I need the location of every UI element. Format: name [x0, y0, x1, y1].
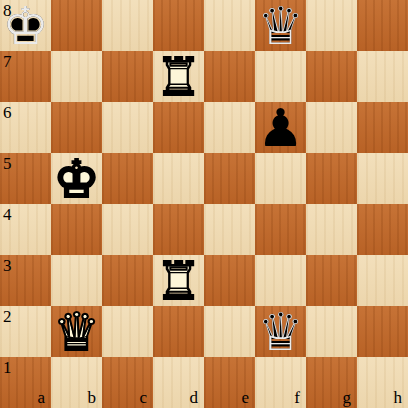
square-g3[interactable]	[306, 255, 357, 306]
black-queen[interactable]: ♛♕	[255, 306, 306, 357]
white-rook[interactable]: ♜♖	[153, 51, 204, 102]
square-h4[interactable]	[357, 204, 408, 255]
rank-label-5: 5	[3, 155, 12, 172]
rank-label-3: 3	[3, 257, 12, 274]
white-rook[interactable]: ♜♖	[153, 255, 204, 306]
square-c3[interactable]	[102, 255, 153, 306]
square-b6[interactable]	[51, 102, 102, 153]
square-g2[interactable]	[306, 306, 357, 357]
square-h8[interactable]	[357, 0, 408, 51]
square-h5[interactable]	[357, 153, 408, 204]
square-d5[interactable]	[153, 153, 204, 204]
file-label-f: f	[294, 389, 300, 406]
black-queen-outline: ♕	[255, 0, 306, 51]
square-a7[interactable]: 7	[0, 51, 51, 102]
square-e3[interactable]	[204, 255, 255, 306]
square-h6[interactable]	[357, 102, 408, 153]
square-h3[interactable]	[357, 255, 408, 306]
square-c5[interactable]	[102, 153, 153, 204]
square-e2[interactable]	[204, 306, 255, 357]
square-c6[interactable]	[102, 102, 153, 153]
square-a6[interactable]: 6	[0, 102, 51, 153]
white-king-outline: ♔	[51, 153, 102, 204]
square-d2[interactable]	[153, 306, 204, 357]
black-pawn-glyph: ♟	[255, 102, 306, 153]
file-label-a: a	[37, 389, 45, 406]
square-a4[interactable]: 4	[0, 204, 51, 255]
square-e4[interactable]	[204, 204, 255, 255]
file-label-d: d	[190, 389, 199, 406]
black-king-outline: ♔	[0, 0, 51, 51]
square-g6[interactable]	[306, 102, 357, 153]
square-h7[interactable]	[357, 51, 408, 102]
rank-label-4: 4	[3, 206, 12, 223]
square-e7[interactable]	[204, 51, 255, 102]
black-king[interactable]: ♚♔	[0, 0, 51, 51]
square-c1[interactable]: c	[102, 357, 153, 408]
square-d3[interactable]: ♜♖	[153, 255, 204, 306]
square-c8[interactable]	[102, 0, 153, 51]
white-queen[interactable]: ♛♕	[51, 306, 102, 357]
square-e6[interactable]	[204, 102, 255, 153]
square-e8[interactable]	[204, 0, 255, 51]
square-b3[interactable]	[51, 255, 102, 306]
file-label-h: h	[394, 389, 403, 406]
file-label-b: b	[88, 389, 97, 406]
file-label-e: e	[241, 389, 249, 406]
square-f2[interactable]: ♛♕	[255, 306, 306, 357]
square-f1[interactable]: f	[255, 357, 306, 408]
square-h1[interactable]: h	[357, 357, 408, 408]
square-f5[interactable]	[255, 153, 306, 204]
square-a8[interactable]: 8♚♔	[0, 0, 51, 51]
square-f7[interactable]	[255, 51, 306, 102]
square-f3[interactable]	[255, 255, 306, 306]
square-d6[interactable]	[153, 102, 204, 153]
rank-label-7: 7	[3, 53, 12, 70]
white-rook-outline: ♖	[153, 255, 204, 306]
white-queen-outline: ♕	[51, 306, 102, 357]
white-rook-outline: ♖	[153, 51, 204, 102]
square-d4[interactable]	[153, 204, 204, 255]
square-a1[interactable]: 1a	[0, 357, 51, 408]
square-b8[interactable]	[51, 0, 102, 51]
square-d8[interactable]	[153, 0, 204, 51]
square-f4[interactable]	[255, 204, 306, 255]
square-h2[interactable]	[357, 306, 408, 357]
white-king[interactable]: ♚♔	[51, 153, 102, 204]
square-g1[interactable]: g	[306, 357, 357, 408]
square-f8[interactable]: ♛♕	[255, 0, 306, 51]
file-label-c: c	[139, 389, 147, 406]
square-a3[interactable]: 3	[0, 255, 51, 306]
square-b1[interactable]: b	[51, 357, 102, 408]
black-queen-outline: ♕	[255, 306, 306, 357]
rank-label-2: 2	[3, 308, 12, 325]
rank-label-1: 1	[3, 359, 12, 376]
square-g8[interactable]	[306, 0, 357, 51]
square-c4[interactable]	[102, 204, 153, 255]
square-e1[interactable]: e	[204, 357, 255, 408]
square-g5[interactable]	[306, 153, 357, 204]
square-b5[interactable]: ♚♔	[51, 153, 102, 204]
square-b4[interactable]	[51, 204, 102, 255]
square-g4[interactable]	[306, 204, 357, 255]
square-d7[interactable]: ♜♖	[153, 51, 204, 102]
square-b7[interactable]	[51, 51, 102, 102]
square-e5[interactable]	[204, 153, 255, 204]
square-c7[interactable]	[102, 51, 153, 102]
square-f6[interactable]: ♟	[255, 102, 306, 153]
file-label-g: g	[343, 389, 352, 406]
square-c2[interactable]	[102, 306, 153, 357]
square-d1[interactable]: d	[153, 357, 204, 408]
square-a5[interactable]: 5	[0, 153, 51, 204]
square-g7[interactable]	[306, 51, 357, 102]
rank-label-6: 6	[3, 104, 12, 121]
black-queen[interactable]: ♛♕	[255, 0, 306, 51]
chess-board: 8♚♔♛♕7♜♖6♟5♚♔43♜♖2♛♕♛♕1abcdefgh	[0, 0, 408, 408]
square-a2[interactable]: 2	[0, 306, 51, 357]
black-pawn[interactable]: ♟	[255, 102, 306, 153]
square-b2[interactable]: ♛♕	[51, 306, 102, 357]
